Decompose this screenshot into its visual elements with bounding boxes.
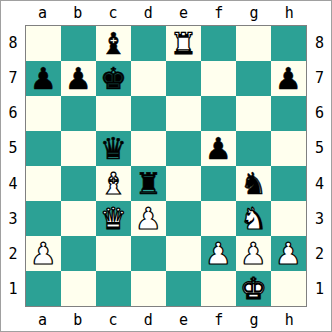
square-b6[interactable] [61,96,96,131]
square-a4[interactable] [26,166,61,201]
rank-label-2: 2 [1,237,25,272]
square-e3[interactable] [166,201,201,236]
square-e6[interactable] [166,96,201,131]
rank-label-6: 6 [1,96,25,131]
file-label-b: b [60,1,95,25]
rank-label-3: 3 [307,201,332,236]
square-f7[interactable] [201,61,236,96]
piece-black-bishop[interactable]: ♝ [100,29,127,59]
piece-white-pawn[interactable]: ♟ [240,239,267,269]
piece-black-rook[interactable]: ♜ [135,169,162,199]
file-label-c: c [96,1,131,25]
file-label-a: a [25,307,60,332]
square-b1[interactable] [61,271,96,306]
square-g3[interactable]: ♞ [236,201,271,236]
rank-label-7: 7 [1,60,25,95]
square-a6[interactable] [26,96,61,131]
piece-black-king[interactable]: ♚ [100,64,127,94]
piece-white-bishop[interactable]: ♝ [100,169,127,199]
file-label-f: f [201,307,236,332]
piece-white-rook[interactable]: ♜ [170,29,197,59]
rank-label-5: 5 [307,131,332,166]
square-a3[interactable] [26,201,61,236]
file-label-g: g [237,307,272,332]
square-e7[interactable] [166,61,201,96]
square-c3[interactable]: ♛ [96,201,131,236]
square-c6[interactable] [96,96,131,131]
rank-label-6: 6 [307,96,332,131]
square-d6[interactable] [131,96,166,131]
chess-diagram: abcdefgh abcdefgh 87654321 87654321 ♝♜♟♟… [0,0,332,332]
rank-label-5: 5 [1,131,25,166]
file-label-e: e [166,307,201,332]
square-h8[interactable] [271,26,306,61]
square-f2[interactable]: ♟ [201,236,236,271]
square-e5[interactable] [166,131,201,166]
rank-label-1: 1 [1,272,25,307]
square-a1[interactable] [26,271,61,306]
file-label-e: e [166,1,201,25]
square-g6[interactable] [236,96,271,131]
square-b5[interactable] [61,131,96,166]
square-c7[interactable]: ♚ [96,61,131,96]
square-c8[interactable]: ♝ [96,26,131,61]
square-g7[interactable] [236,61,271,96]
piece-black-pawn[interactable]: ♟ [30,64,57,94]
square-f3[interactable] [201,201,236,236]
square-d2[interactable] [131,236,166,271]
piece-black-pawn[interactable]: ♟ [65,64,92,94]
square-h6[interactable] [271,96,306,131]
rank-label-7: 7 [307,60,332,95]
square-d7[interactable] [131,61,166,96]
piece-white-pawn[interactable]: ♟ [135,204,162,234]
file-label-h: h [272,1,307,25]
square-b2[interactable] [61,236,96,271]
rank-label-3: 3 [1,201,25,236]
square-g8[interactable] [236,26,271,61]
square-h3[interactable] [271,201,306,236]
square-e8[interactable]: ♜ [166,26,201,61]
rank-label-8: 8 [1,25,25,60]
piece-white-queen[interactable]: ♛ [100,204,127,234]
square-h5[interactable] [271,131,306,166]
piece-black-pawn[interactable]: ♟ [275,64,302,94]
file-label-a: a [25,1,60,25]
rank-label-4: 4 [307,166,332,201]
square-g4[interactable]: ♞ [236,166,271,201]
square-h7[interactable]: ♟ [271,61,306,96]
square-e4[interactable] [166,166,201,201]
piece-black-queen[interactable]: ♛ [100,134,127,164]
square-f4[interactable] [201,166,236,201]
square-a5[interactable] [26,131,61,166]
file-label-g: g [237,1,272,25]
piece-white-pawn[interactable]: ♟ [30,239,57,269]
file-labels-top: abcdefgh [25,1,307,25]
square-c4[interactable]: ♝ [96,166,131,201]
square-g2[interactable]: ♟ [236,236,271,271]
square-h2[interactable]: ♟ [271,236,306,271]
file-label-d: d [131,1,166,25]
piece-white-knight[interactable]: ♞ [240,204,267,234]
square-f5[interactable]: ♟ [201,131,236,166]
square-f1[interactable] [201,271,236,306]
file-label-c: c [96,307,131,332]
file-label-h: h [272,307,307,332]
rank-label-4: 4 [1,166,25,201]
square-d5[interactable] [131,131,166,166]
file-labels-bottom: abcdefgh [25,307,307,332]
rank-label-2: 2 [307,237,332,272]
piece-white-pawn[interactable]: ♟ [205,239,232,269]
square-d1[interactable] [131,271,166,306]
square-a8[interactable] [26,26,61,61]
square-b3[interactable] [61,201,96,236]
rank-labels-right: 87654321 [307,25,332,307]
square-d8[interactable] [131,26,166,61]
file-label-d: d [131,307,166,332]
chess-board: ♝♜♟♟♚♟♛♟♝♜♞♛♟♞♟♟♟♟♚ [25,25,307,307]
square-g1[interactable]: ♚ [236,271,271,306]
square-e1[interactable] [166,271,201,306]
rank-label-1: 1 [307,272,332,307]
rank-labels-left: 87654321 [1,25,25,307]
square-h1[interactable] [271,271,306,306]
square-a2[interactable]: ♟ [26,236,61,271]
square-f6[interactable] [201,96,236,131]
piece-white-king[interactable]: ♚ [240,274,267,304]
square-c2[interactable] [96,236,131,271]
square-g5[interactable] [236,131,271,166]
square-b4[interactable] [61,166,96,201]
square-c5[interactable]: ♛ [96,131,131,166]
file-label-b: b [60,307,95,332]
piece-black-knight[interactable]: ♞ [240,169,267,199]
square-b7[interactable]: ♟ [61,61,96,96]
square-f8[interactable] [201,26,236,61]
square-c1[interactable] [96,271,131,306]
square-h4[interactable] [271,166,306,201]
piece-black-pawn[interactable]: ♟ [205,134,232,164]
piece-white-pawn[interactable]: ♟ [275,239,302,269]
square-b8[interactable] [61,26,96,61]
square-d4[interactable]: ♜ [131,166,166,201]
square-d3[interactable]: ♟ [131,201,166,236]
rank-label-8: 8 [307,25,332,60]
square-e2[interactable] [166,236,201,271]
square-a7[interactable]: ♟ [26,61,61,96]
file-label-f: f [201,1,236,25]
